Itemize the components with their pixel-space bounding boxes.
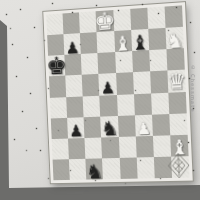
square-e5 bbox=[116, 73, 134, 95]
piece-white-pawn: ♟ bbox=[136, 122, 151, 137]
square-g6 bbox=[149, 49, 167, 71]
square-f2 bbox=[135, 136, 153, 158]
square-a6: ♚ bbox=[48, 55, 65, 77]
square-a3 bbox=[51, 117, 68, 138]
square-e7: ♝ bbox=[114, 30, 132, 52]
square-a4 bbox=[50, 97, 67, 118]
square-d5: ♟ bbox=[99, 73, 117, 95]
square-d6 bbox=[98, 52, 116, 74]
piece-black-bishop: ♝ bbox=[131, 33, 150, 53]
square-d3: ♞ bbox=[101, 116, 119, 138]
square-f3: ♟ bbox=[134, 114, 152, 136]
square-a2 bbox=[52, 138, 69, 159]
square-c6 bbox=[81, 53, 99, 75]
square-b3: ♟ bbox=[67, 117, 84, 138]
piece-black-pawn: ♟ bbox=[100, 81, 115, 96]
square-d1 bbox=[102, 158, 120, 179]
square-e3 bbox=[117, 115, 135, 137]
square-h3 bbox=[169, 113, 188, 135]
square-f8 bbox=[130, 8, 148, 30]
piece-white-queen: ♛ bbox=[166, 72, 187, 94]
copyright-watermark: © Chessmate bbox=[190, 64, 196, 113]
piece-black-knight: ♞ bbox=[85, 162, 103, 181]
film-grain-dark bbox=[0, 0, 1, 1]
piece-black-knight: ♞ bbox=[100, 119, 119, 138]
piece-white-bishop: ♝ bbox=[113, 34, 132, 53]
square-g8 bbox=[147, 7, 165, 29]
piece-white-king: ♚ bbox=[94, 10, 116, 33]
film-grain-light bbox=[0, 0, 1, 1]
square-b4 bbox=[66, 96, 83, 118]
square-c4 bbox=[83, 95, 101, 117]
square-a1 bbox=[53, 159, 70, 180]
square-c5 bbox=[82, 74, 100, 96]
square-h5: ♛ bbox=[167, 70, 186, 92]
piece-white-knight: ♞ bbox=[165, 31, 184, 51]
square-c2 bbox=[85, 137, 103, 158]
chess-board: ♚♟♝♝♞♚♟♛♟♞♟♝♞ bbox=[43, 2, 192, 183]
square-a8 bbox=[46, 13, 63, 35]
square-b1 bbox=[69, 159, 87, 180]
square-h7: ♞ bbox=[165, 27, 183, 50]
square-b2 bbox=[68, 138, 85, 159]
square-e4 bbox=[117, 94, 135, 116]
square-f5 bbox=[133, 72, 151, 94]
square-g4 bbox=[151, 92, 169, 114]
piece-black-pawn: ♟ bbox=[65, 41, 80, 56]
square-d8: ♚ bbox=[96, 10, 114, 32]
chess-photo: ♚♟♝♝♞♚♟♛♟♞♟♝♞ © Chessmate bbox=[0, 0, 200, 200]
square-g7 bbox=[148, 28, 166, 50]
square-f1 bbox=[136, 157, 154, 179]
square-f7: ♝ bbox=[131, 29, 149, 51]
square-h8 bbox=[164, 5, 182, 28]
diamond-ornament-icon bbox=[167, 152, 191, 179]
square-e1 bbox=[119, 157, 137, 179]
square-c3 bbox=[84, 116, 102, 138]
square-e2 bbox=[118, 136, 136, 158]
square-c1: ♞ bbox=[86, 158, 104, 179]
piece-black-pawn: ♟ bbox=[69, 124, 84, 139]
piece-black-king: ♚ bbox=[46, 55, 68, 78]
square-g3 bbox=[152, 114, 170, 136]
square-f4 bbox=[134, 93, 152, 115]
square-b8 bbox=[63, 12, 80, 34]
square-d4 bbox=[100, 95, 118, 117]
